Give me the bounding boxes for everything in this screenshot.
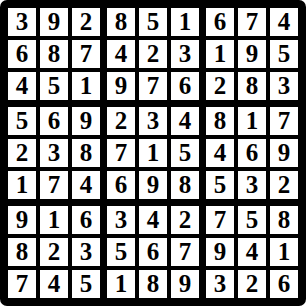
cell-r5c4[interactable]: 7 bbox=[107, 139, 135, 167]
cell-r6c6[interactable]: 8 bbox=[171, 171, 199, 199]
cell-r4c5[interactable]: 3 bbox=[139, 107, 167, 135]
cell-r8c4[interactable]: 5 bbox=[107, 238, 135, 266]
cell-r4c4[interactable]: 2 bbox=[107, 107, 135, 135]
cell-r9c2[interactable]: 4 bbox=[40, 270, 68, 298]
cell-r6c4[interactable]: 6 bbox=[107, 171, 135, 199]
cell-r8c7[interactable]: 9 bbox=[206, 238, 234, 266]
cell-r2c5[interactable]: 2 bbox=[139, 40, 167, 68]
cell-r3c6[interactable]: 6 bbox=[171, 72, 199, 100]
cell-r2c2[interactable]: 8 bbox=[40, 40, 68, 68]
cell-r2c6[interactable]: 3 bbox=[171, 40, 199, 68]
cell-r9c3[interactable]: 5 bbox=[72, 270, 100, 298]
cell-r2c7[interactable]: 1 bbox=[206, 40, 234, 68]
page: 3926874518514239766741952835692381742347… bbox=[0, 0, 306, 306]
sudoku-box-7: 916823745 bbox=[8, 206, 100, 298]
cell-r3c1[interactable]: 4 bbox=[8, 72, 36, 100]
cell-r3c2[interactable]: 5 bbox=[40, 72, 68, 100]
cell-r7c8[interactable]: 5 bbox=[238, 206, 266, 234]
cell-r2c4[interactable]: 4 bbox=[107, 40, 135, 68]
sudoku-board: 3926874518514239766741952835692381742347… bbox=[0, 0, 306, 306]
cell-r2c8[interactable]: 9 bbox=[238, 40, 266, 68]
cell-r3c8[interactable]: 8 bbox=[238, 72, 266, 100]
cell-r7c4[interactable]: 3 bbox=[107, 206, 135, 234]
cell-r9c1[interactable]: 7 bbox=[8, 270, 36, 298]
cell-r5c6[interactable]: 5 bbox=[171, 139, 199, 167]
cell-r9c4[interactable]: 1 bbox=[107, 270, 135, 298]
cell-r4c8[interactable]: 1 bbox=[238, 107, 266, 135]
cell-r5c9[interactable]: 9 bbox=[270, 139, 298, 167]
cell-r6c5[interactable]: 9 bbox=[139, 171, 167, 199]
cell-r7c6[interactable]: 2 bbox=[171, 206, 199, 234]
cell-r4c7[interactable]: 8 bbox=[206, 107, 234, 135]
cell-r4c2[interactable]: 6 bbox=[40, 107, 68, 135]
cell-r5c8[interactable]: 6 bbox=[238, 139, 266, 167]
cell-r6c2[interactable]: 7 bbox=[40, 171, 68, 199]
cell-r3c3[interactable]: 1 bbox=[72, 72, 100, 100]
cell-r6c9[interactable]: 2 bbox=[270, 171, 298, 199]
cell-r7c1[interactable]: 9 bbox=[8, 206, 36, 234]
cell-r8c2[interactable]: 2 bbox=[40, 238, 68, 266]
cell-r9c7[interactable]: 3 bbox=[206, 270, 234, 298]
cell-r4c6[interactable]: 4 bbox=[171, 107, 199, 135]
cell-r6c7[interactable]: 5 bbox=[206, 171, 234, 199]
cell-r8c5[interactable]: 6 bbox=[139, 238, 167, 266]
cell-r1c6[interactable]: 1 bbox=[171, 8, 199, 36]
sudoku-box-8: 342567189 bbox=[107, 206, 199, 298]
cell-r9c6[interactable]: 9 bbox=[171, 270, 199, 298]
cell-r8c6[interactable]: 7 bbox=[171, 238, 199, 266]
cell-r1c1[interactable]: 3 bbox=[8, 8, 36, 36]
cell-r5c3[interactable]: 8 bbox=[72, 139, 100, 167]
cell-r5c2[interactable]: 3 bbox=[40, 139, 68, 167]
cell-r4c9[interactable]: 7 bbox=[270, 107, 298, 135]
cell-r3c7[interactable]: 2 bbox=[206, 72, 234, 100]
cell-r2c3[interactable]: 7 bbox=[72, 40, 100, 68]
cell-r1c9[interactable]: 4 bbox=[270, 8, 298, 36]
cell-r3c9[interactable]: 3 bbox=[270, 72, 298, 100]
cell-r2c1[interactable]: 6 bbox=[8, 40, 36, 68]
cell-r1c5[interactable]: 5 bbox=[139, 8, 167, 36]
sudoku-box-3: 674195283 bbox=[206, 8, 298, 100]
cell-r7c5[interactable]: 4 bbox=[139, 206, 167, 234]
cell-r3c4[interactable]: 9 bbox=[107, 72, 135, 100]
cell-r6c8[interactable]: 3 bbox=[238, 171, 266, 199]
cell-r5c7[interactable]: 4 bbox=[206, 139, 234, 167]
cell-r1c2[interactable]: 9 bbox=[40, 8, 68, 36]
cell-r1c3[interactable]: 2 bbox=[72, 8, 100, 36]
sudoku-box-9: 758941326 bbox=[206, 206, 298, 298]
cell-r6c3[interactable]: 4 bbox=[72, 171, 100, 199]
cell-r4c1[interactable]: 5 bbox=[8, 107, 36, 135]
sudoku-box-1: 392687451 bbox=[8, 8, 100, 100]
cell-r7c3[interactable]: 6 bbox=[72, 206, 100, 234]
cell-r1c4[interactable]: 8 bbox=[107, 8, 135, 36]
sudoku-box-4: 569238174 bbox=[8, 107, 100, 199]
cell-r2c9[interactable]: 5 bbox=[270, 40, 298, 68]
cell-r9c9[interactable]: 6 bbox=[270, 270, 298, 298]
cell-r4c3[interactable]: 9 bbox=[72, 107, 100, 135]
cell-r3c5[interactable]: 7 bbox=[139, 72, 167, 100]
cell-r8c1[interactable]: 8 bbox=[8, 238, 36, 266]
cell-r8c8[interactable]: 4 bbox=[238, 238, 266, 266]
sudoku-box-5: 234715698 bbox=[107, 107, 199, 199]
sudoku-box-6: 817469532 bbox=[206, 107, 298, 199]
cell-r9c8[interactable]: 2 bbox=[238, 270, 266, 298]
cell-r7c7[interactable]: 7 bbox=[206, 206, 234, 234]
cell-r6c1[interactable]: 1 bbox=[8, 171, 36, 199]
sudoku-box-2: 851423976 bbox=[107, 8, 199, 100]
cell-r5c1[interactable]: 2 bbox=[8, 139, 36, 167]
cell-r5c5[interactable]: 1 bbox=[139, 139, 167, 167]
cell-r8c3[interactable]: 3 bbox=[72, 238, 100, 266]
cell-r1c8[interactable]: 7 bbox=[238, 8, 266, 36]
cell-r1c7[interactable]: 6 bbox=[206, 8, 234, 36]
cell-r7c9[interactable]: 8 bbox=[270, 206, 298, 234]
cell-r8c9[interactable]: 1 bbox=[270, 238, 298, 266]
cell-r9c5[interactable]: 8 bbox=[139, 270, 167, 298]
cell-r7c2[interactable]: 1 bbox=[40, 206, 68, 234]
